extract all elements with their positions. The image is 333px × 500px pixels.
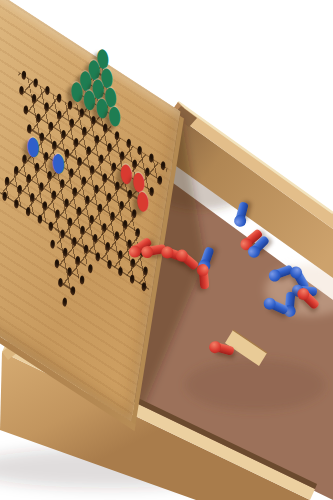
peg-lying-red[interactable] — [199, 269, 210, 290]
scene: ●●●●●●●●●●●●●●● — [0, 0, 333, 500]
floor-shading-2 — [185, 359, 325, 411]
